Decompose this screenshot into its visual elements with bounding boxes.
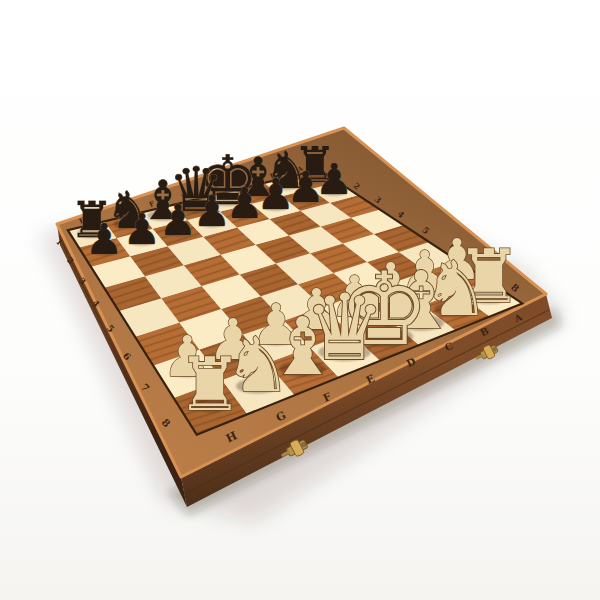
piece-black-pawn: ♟ bbox=[123, 204, 161, 254]
piece-black-pawn: ♟ bbox=[226, 178, 264, 228]
piece-black-pawn: ♟ bbox=[193, 186, 231, 236]
piece-white-rook: ♜ bbox=[177, 342, 243, 427]
piece-black-pawn: ♟ bbox=[159, 195, 197, 245]
piece-black-pawn: ♟ bbox=[85, 214, 123, 264]
chess-set-photo: HGFEDCBAHGFEDCBA8765432187654321♜♞♟♝♟♚♟♛… bbox=[0, 0, 600, 600]
chessboard-scene: HGFEDCBAHGFEDCBA8765432187654321♜♞♟♝♟♚♟♛… bbox=[0, 0, 600, 600]
